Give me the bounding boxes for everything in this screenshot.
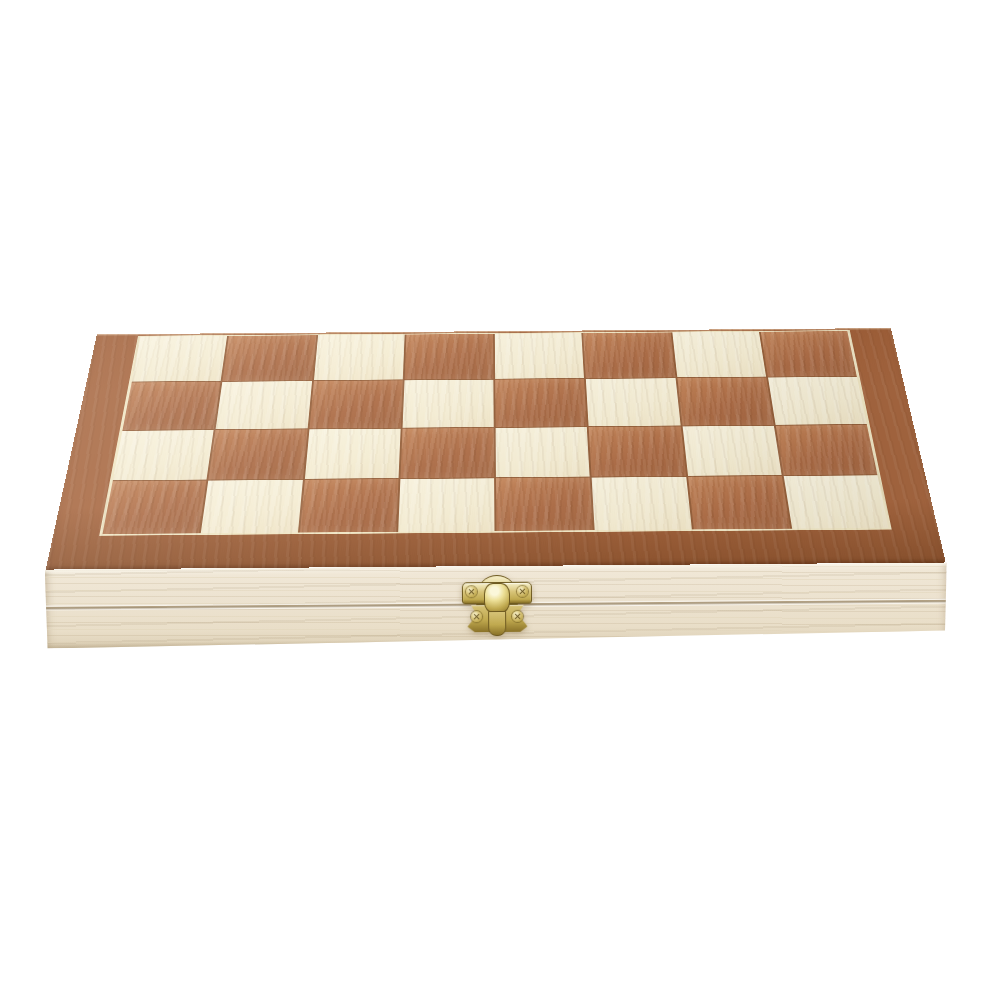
board-square-dark	[223, 335, 316, 381]
board-square-dark	[103, 481, 207, 534]
board-square-light	[586, 378, 680, 426]
board-square-light	[132, 336, 227, 382]
board-square-light	[672, 332, 766, 377]
board-inlay-line	[99, 330, 891, 536]
board-square-light	[682, 425, 781, 475]
folding-chess-box	[0, 0, 1000, 1000]
checkerboard	[103, 331, 889, 534]
board-square-light	[784, 475, 889, 528]
clasp-screw-icon	[466, 586, 477, 597]
board-square-light	[216, 381, 312, 429]
board-square-dark	[760, 331, 856, 376]
clasp-tongue	[488, 611, 506, 636]
board-square-dark	[400, 428, 494, 478]
board-square-light	[768, 377, 867, 425]
board-square-dark	[688, 476, 790, 529]
board-square-light	[496, 427, 590, 477]
board-square-dark	[677, 377, 774, 425]
board-square-light	[304, 428, 400, 478]
box-front-side	[45, 562, 948, 648]
board-square-dark	[775, 425, 877, 475]
board-square-light	[201, 480, 302, 533]
board-square-light	[402, 380, 493, 428]
board-square-dark	[589, 426, 686, 476]
board-square-light	[495, 333, 584, 378]
front-bottom-shade	[45, 635, 947, 648]
product-photo-scene	[0, 0, 1000, 1000]
board-square-dark	[495, 379, 587, 427]
board-square-light	[113, 430, 214, 481]
brass-clasp	[462, 575, 532, 638]
board-square-dark	[583, 332, 675, 377]
clasp-hook-knob	[484, 583, 510, 613]
board-square-dark	[309, 380, 402, 428]
clasp-screw-icon	[517, 586, 528, 597]
board-square-dark	[496, 478, 593, 531]
board-square-dark	[404, 334, 493, 379]
board-square-light	[592, 477, 692, 530]
clasp-screw-icon	[512, 611, 523, 622]
board-square-light	[314, 335, 405, 380]
board-square-dark	[209, 429, 308, 480]
board-square-dark	[299, 479, 398, 532]
clasp-screw-icon	[471, 611, 482, 622]
board-top-face	[46, 328, 946, 569]
board-square-dark	[123, 382, 221, 430]
board-square-light	[398, 478, 495, 531]
